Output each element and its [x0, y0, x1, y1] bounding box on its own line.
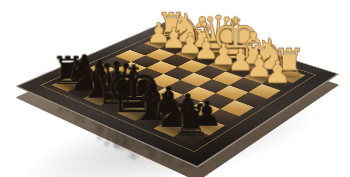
chess-set-product-photo: ♜♜♞♞♝♝♛♛♚♚♝♝♞♞♜♜♟♟♟♟♟♟♟♟♟♟♟♟♟♟♟♟♟♟♟♟♟♟♟♟… [0, 0, 350, 177]
board-perspective-stack: ♜♜♞♞♝♝♛♛♚♚♝♝♞♞♜♜♟♟♟♟♟♟♟♟♟♟♟♟♟♟♟♟♟♟♟♟♟♟♟♟… [0, 0, 350, 177]
